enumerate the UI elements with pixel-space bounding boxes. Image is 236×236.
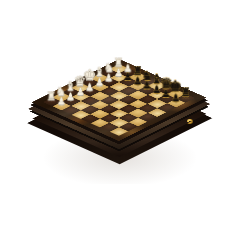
square-f1 <box>90 118 109 127</box>
square-b1: ♟ <box>52 102 71 111</box>
drawer-knob <box>187 119 193 124</box>
square-e1 <box>81 114 100 123</box>
square-g2 <box>109 118 128 127</box>
product-photo-stage: ♜♟♜♞♝♛♚♜♞♟♟♟♟♟♟♟♝♟♚♟♛♟♝♟♞♟♜♟ <box>0 0 236 236</box>
square-h7: ♟ <box>167 98 186 107</box>
chess-set: ♜♟♜♞♝♛♚♜♞♟♟♟♟♟♟♟♝♟♚♟♛♟♝♟♞♟♜♟ <box>31 59 206 141</box>
piece-bP-h7: ♟ <box>162 93 190 103</box>
square-h4 <box>138 113 157 122</box>
square-h2 <box>119 122 138 131</box>
piece-wP-b1: ♟ <box>47 96 75 106</box>
square-h1 <box>109 127 128 136</box>
